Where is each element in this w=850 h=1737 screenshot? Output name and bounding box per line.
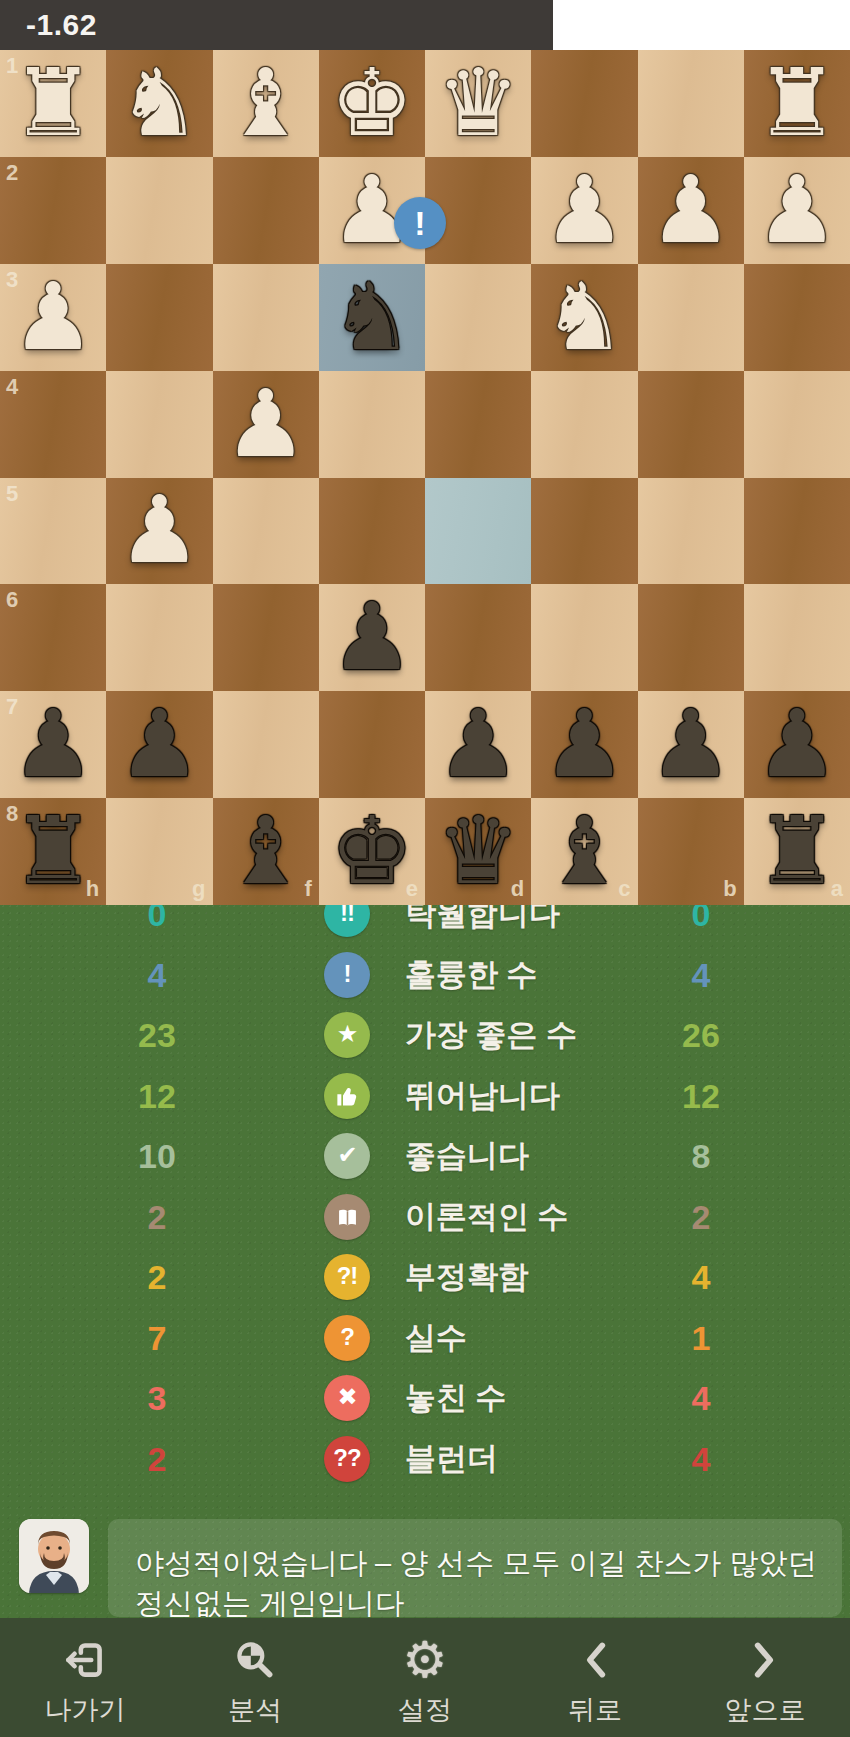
blunder-icon: ?? [324, 1436, 370, 1482]
stat-black-count-great-move: 4 [641, 944, 761, 1006]
square-d3[interactable] [425, 264, 531, 371]
stat-black-count-inaccuracy: 4 [641, 1246, 761, 1308]
file-label-f: f [304, 876, 311, 902]
stat-row-missed-win: 3✖놓친 수4 [0, 1367, 850, 1429]
black-pawn-b7[interactable]: ♟ [638, 691, 744, 798]
nav-back-label: 뒤로 [568, 1692, 622, 1728]
square-a5[interactable] [744, 478, 850, 585]
stat-row-inaccuracy: 2?!부정확함4 [0, 1246, 850, 1308]
square-c4[interactable] [531, 371, 637, 478]
evaluation-bar: -1.62 [0, 0, 850, 50]
square-g7[interactable]: ♟ [106, 691, 212, 798]
square-g2[interactable] [106, 157, 212, 264]
nav-forward-button[interactable]: 앞으로 [680, 1618, 850, 1737]
square-g5[interactable]: ♟ [106, 478, 212, 585]
square-c3[interactable]: ♞ [531, 264, 637, 371]
missed-win-icon: ✖ [324, 1375, 370, 1421]
stat-black-count-good: 8 [641, 1125, 761, 1187]
stat-label-best-move: 가장 좋은 수 [405, 1004, 577, 1066]
square-f7[interactable] [213, 691, 319, 798]
black-knight-e3[interactable]: ♞ [319, 264, 425, 371]
square-f6[interactable] [213, 584, 319, 691]
square-c5[interactable] [531, 478, 637, 585]
nav-exit-label: 나가기 [45, 1692, 126, 1728]
nav-analyze-label: 분석 [228, 1692, 282, 1728]
coach-avatar-image [19, 1519, 89, 1593]
stat-white-count-good: 10 [97, 1125, 217, 1187]
stat-white-count-best-move: 23 [97, 1004, 217, 1066]
stat-black-count-blunder: 4 [641, 1428, 761, 1490]
square-a4[interactable] [744, 371, 850, 478]
stat-white-count-excellent: 12 [97, 1065, 217, 1127]
stat-label-excellent: 뛰어납니다 [405, 1065, 560, 1127]
square-e7[interactable] [319, 691, 425, 798]
coach-message-bubble: 야성적이었습니다 – 양 선수 모두 이길 찬스가 많았던 정신없는 게임입니다 [108, 1519, 842, 1617]
nav-settings-button[interactable]: ⚙설정 [340, 1618, 510, 1737]
file-label-d: d [511, 876, 524, 902]
file-label-c: c [618, 876, 630, 902]
rank-label-3: 3 [6, 267, 18, 293]
white-pawn-g5[interactable]: ♟ [106, 478, 212, 585]
square-b6[interactable] [638, 584, 744, 691]
square-d4[interactable] [425, 371, 531, 478]
chess-board[interactable]: 1♜♞♝♚♛♜2♟♟♟♟3♟♞♞4♟5♟6♟7♟♟♟♟♟♟8h♜gf♝e♚d♛c… [0, 50, 850, 905]
analyze-icon [230, 1634, 280, 1686]
square-a7[interactable]: ♟ [744, 691, 850, 798]
best-move-icon: ★ [324, 1012, 370, 1058]
square-e1[interactable]: ♚ [319, 50, 425, 157]
file-label-e: e [406, 876, 418, 902]
square-c1[interactable] [531, 50, 637, 157]
white-rook-a1[interactable]: ♜ [744, 50, 850, 157]
stat-row-blunder: 2??블런더4 [0, 1428, 850, 1490]
stat-black-count-missed-win: 4 [641, 1367, 761, 1429]
square-h6[interactable]: 6 [0, 584, 106, 691]
rank-label-6: 6 [6, 587, 18, 613]
square-e4[interactable] [319, 371, 425, 478]
square-f4[interactable]: ♟ [213, 371, 319, 478]
square-a8[interactable]: a♜ [744, 798, 850, 905]
square-e8[interactable]: e♚ [319, 798, 425, 905]
square-h2[interactable]: 2 [0, 157, 106, 264]
square-g8[interactable]: g [106, 798, 212, 905]
stat-white-count-book-move: 2 [97, 1186, 217, 1248]
square-c6[interactable] [531, 584, 637, 691]
coach-avatar [19, 1519, 89, 1593]
nav-settings-label: 설정 [398, 1692, 452, 1728]
black-pawn-e6[interactable]: ♟ [319, 584, 425, 691]
stat-row-good: 10✔좋습니다8 [0, 1125, 850, 1187]
square-h8[interactable]: 8h♜ [0, 798, 106, 905]
square-h3[interactable]: 3♟ [0, 264, 106, 371]
black-pawn-a7[interactable]: ♟ [744, 691, 850, 798]
square-g1[interactable]: ♞ [106, 50, 212, 157]
square-a3[interactable] [744, 264, 850, 371]
square-a1[interactable]: ♜ [744, 50, 850, 157]
nav-analyze-button[interactable]: 분석 [170, 1618, 340, 1737]
inaccuracy-icon: ?! [324, 1254, 370, 1300]
rank-label-8: 8 [6, 801, 18, 827]
stat-label-inaccuracy: 부정확함 [405, 1246, 529, 1308]
bottom-nav-bar: 나가기분석⚙설정뒤로앞으로 [0, 1618, 850, 1737]
forward-icon [745, 1634, 785, 1686]
stat-row-mistake: 7?실수1 [0, 1307, 850, 1369]
square-c8[interactable]: c♝ [531, 798, 637, 905]
white-pawn-a2[interactable]: ♟ [744, 157, 850, 264]
stat-label-book-move: 이론적인 수 [405, 1186, 569, 1248]
stat-label-blunder: 블런더 [405, 1428, 498, 1490]
rank-label-1: 1 [6, 53, 18, 79]
stat-row-best-move: 23★가장 좋은 수26 [0, 1004, 850, 1066]
square-h7[interactable]: 7♟ [0, 691, 106, 798]
square-b4[interactable] [638, 371, 744, 478]
coach-message-text: 야성적이었습니다 – 양 선수 모두 이길 찬스가 많았던 정신없는 게임입니다 [108, 1519, 842, 1617]
stat-row-book-move: 2이론적인 수2 [0, 1186, 850, 1248]
coach-message-line2: 정신없는 게임입니다 [135, 1583, 842, 1617]
square-b7[interactable]: ♟ [638, 691, 744, 798]
white-bishop-f1[interactable]: ♝ [213, 50, 319, 157]
square-e5[interactable] [319, 478, 425, 585]
square-g6[interactable] [106, 584, 212, 691]
book-move-icon [324, 1194, 370, 1240]
white-pawn-c2[interactable]: ♟ [531, 157, 637, 264]
stat-white-count-great-move: 4 [97, 944, 217, 1006]
square-e3[interactable]: ♞ [319, 264, 425, 371]
stat-black-count-book-move: 2 [641, 1186, 761, 1248]
stat-label-great-move: 훌륭한 수 [405, 944, 538, 1006]
square-a6[interactable] [744, 584, 850, 691]
square-g4[interactable] [106, 371, 212, 478]
nav-exit-button[interactable]: 나가기 [0, 1618, 170, 1737]
square-b2[interactable]: ♟ [638, 157, 744, 264]
white-knight-c3[interactable]: ♞ [531, 264, 637, 371]
square-d5[interactable] [425, 478, 531, 585]
square-d6[interactable] [425, 584, 531, 691]
stat-label-missed-win: 놓친 수 [405, 1367, 507, 1429]
stat-label-mistake: 실수 [405, 1307, 467, 1369]
square-d7[interactable]: ♟ [425, 691, 531, 798]
great-move-badge: ! [394, 197, 446, 249]
rank-label-7: 7 [6, 694, 18, 720]
file-label-a: a [831, 876, 843, 902]
square-h4[interactable]: 4 [0, 371, 106, 478]
stat-black-count-mistake: 1 [641, 1307, 761, 1369]
square-h1[interactable]: 1♜ [0, 50, 106, 157]
file-label-h: h [86, 876, 99, 902]
stat-white-count-missed-win: 3 [97, 1367, 217, 1429]
white-pawn-f4[interactable]: ♟ [213, 371, 319, 478]
chess-analysis-screen: 0!!탁월합니다04!훌륭한 수423★가장 좋은 수2612뛰어납니다1210… [0, 0, 850, 1737]
evaluation-score: -1.62 [26, 0, 97, 50]
square-f5[interactable] [213, 478, 319, 585]
great-move-icon: ! [324, 952, 370, 998]
excellent-icon [324, 1073, 370, 1119]
square-d1[interactable]: ♛ [425, 50, 531, 157]
great-move-badge-glyph: ! [414, 204, 425, 243]
white-king-e1[interactable]: ♚ [319, 50, 425, 157]
black-bishop-f8[interactable]: ♝ [213, 798, 319, 905]
square-b1[interactable] [638, 50, 744, 157]
stat-black-count-best-move: 26 [641, 1004, 761, 1066]
stat-black-count-excellent: 12 [641, 1065, 761, 1127]
square-d8[interactable]: d♛ [425, 798, 531, 905]
white-pawn-b2[interactable]: ♟ [638, 157, 744, 264]
rank-label-5: 5 [6, 481, 18, 507]
exit-icon [60, 1634, 110, 1686]
square-f2[interactable] [213, 157, 319, 264]
square-b8[interactable]: b [638, 798, 744, 905]
stat-white-count-mistake: 7 [97, 1307, 217, 1369]
black-pawn-c7[interactable]: ♟ [531, 691, 637, 798]
square-f1[interactable]: ♝ [213, 50, 319, 157]
stat-white-count-inaccuracy: 2 [97, 1246, 217, 1308]
square-g3[interactable] [106, 264, 212, 371]
square-e6[interactable]: ♟ [319, 584, 425, 691]
nav-forward-label: 앞으로 [725, 1692, 806, 1728]
good-icon: ✔ [324, 1133, 370, 1179]
rank-label-4: 4 [6, 374, 18, 400]
stat-white-count-blunder: 2 [97, 1428, 217, 1490]
square-c7[interactable]: ♟ [531, 691, 637, 798]
file-label-b: b [723, 876, 736, 902]
black-pawn-g7[interactable]: ♟ [106, 691, 212, 798]
coach-message-line1: 야성적이었습니다 – 양 선수 모두 이길 찬스가 많았던 [135, 1543, 842, 1583]
rank-label-2: 2 [6, 160, 18, 186]
square-b3[interactable] [638, 264, 744, 371]
white-queen-d1[interactable]: ♛ [425, 50, 531, 157]
nav-back-button[interactable]: 뒤로 [510, 1618, 680, 1737]
stat-label-good: 좋습니다 [405, 1125, 529, 1187]
stat-row-great-move: 4!훌륭한 수4 [0, 944, 850, 1006]
square-f8[interactable]: f♝ [213, 798, 319, 905]
settings-icon: ⚙ [403, 1634, 448, 1686]
back-icon [575, 1634, 615, 1686]
stat-row-excellent: 12뛰어납니다12 [0, 1065, 850, 1127]
square-h5[interactable]: 5 [0, 478, 106, 585]
square-c2[interactable]: ♟ [531, 157, 637, 264]
file-label-g: g [192, 876, 205, 902]
square-f3[interactable] [213, 264, 319, 371]
white-knight-g1[interactable]: ♞ [106, 50, 212, 157]
mistake-icon: ? [324, 1315, 370, 1361]
square-a2[interactable]: ♟ [744, 157, 850, 264]
square-b5[interactable] [638, 478, 744, 585]
black-pawn-d7[interactable]: ♟ [425, 691, 531, 798]
